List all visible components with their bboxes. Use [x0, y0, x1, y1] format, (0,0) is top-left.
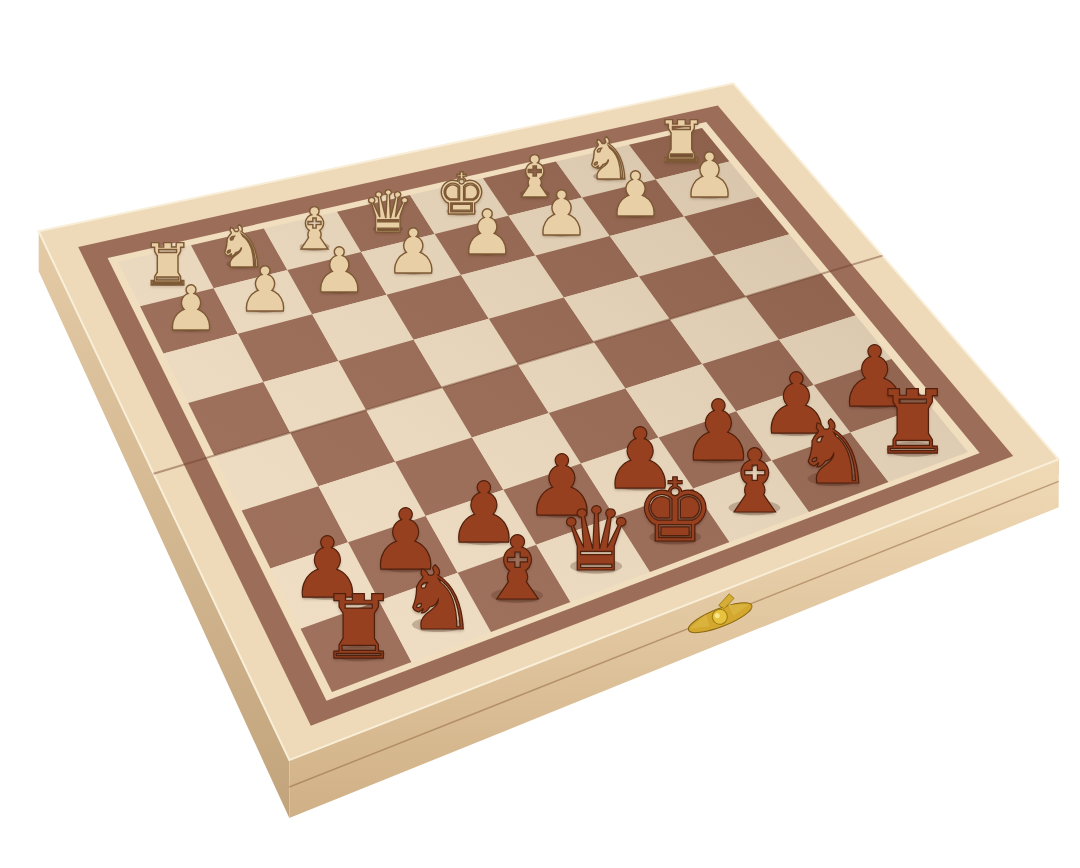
black-knight-g8[interactable]: ♞: [794, 408, 873, 496]
chess-set-product-photo: ♜♞♝♛♚♝♞♜♟♟♟♟♟♟♟♟♟♟♟♟♟♟♟♟♜♞♝♛♚♝♞♜: [0, 0, 1080, 868]
white-pawn-g2[interactable]: ♟: [608, 164, 664, 226]
black-bishop-f8[interactable]: ♝: [715, 438, 794, 526]
black-bishop-c8[interactable]: ♝: [478, 525, 557, 613]
white-pawn-c2[interactable]: ♟: [311, 240, 367, 302]
black-king-e8[interactable]: ♚: [636, 467, 715, 555]
black-knight-b8[interactable]: ♞: [398, 554, 477, 642]
black-rook-h8[interactable]: ♜: [873, 379, 952, 467]
black-rook-a8[interactable]: ♜: [319, 584, 398, 672]
black-queen-d8[interactable]: ♛: [557, 496, 636, 584]
white-pawn-d2[interactable]: ♟: [386, 221, 442, 283]
white-pawn-b2[interactable]: ♟: [237, 259, 293, 321]
white-pawn-h2[interactable]: ♟: [682, 145, 738, 207]
white-pawn-f2[interactable]: ♟: [534, 183, 590, 245]
white-pawn-e2[interactable]: ♟: [460, 202, 516, 264]
white-pawn-a2[interactable]: ♟: [163, 278, 219, 340]
